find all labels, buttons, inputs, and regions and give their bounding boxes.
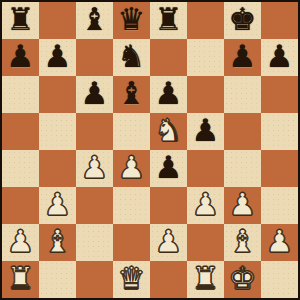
white-pawn[interactable]: ♟	[81, 152, 109, 183]
square-d7[interactable]: ♞	[113, 39, 150, 76]
black-rook[interactable]: ♜	[155, 4, 183, 35]
square-h7[interactable]: ♟	[261, 39, 298, 76]
square-d1[interactable]: ♛	[113, 261, 150, 298]
white-rook[interactable]: ♜	[7, 263, 35, 294]
square-b4[interactable]	[39, 150, 76, 187]
white-pawn[interactable]: ♟	[266, 226, 294, 257]
square-f1[interactable]: ♜	[187, 261, 224, 298]
white-bishop[interactable]: ♝	[44, 226, 72, 257]
white-knight[interactable]: ♞	[155, 115, 183, 146]
square-a1[interactable]: ♜	[2, 261, 39, 298]
square-h1[interactable]	[261, 261, 298, 298]
black-pawn[interactable]: ♟	[155, 78, 183, 109]
square-b6[interactable]	[39, 76, 76, 113]
white-pawn[interactable]: ♟	[118, 152, 146, 183]
square-d8[interactable]: ♛	[113, 2, 150, 39]
square-b3[interactable]: ♟	[39, 187, 76, 224]
square-e6[interactable]: ♟	[150, 76, 187, 113]
square-c2[interactable]	[76, 224, 113, 261]
black-pawn[interactable]: ♟	[81, 78, 109, 109]
square-g2[interactable]: ♝	[224, 224, 261, 261]
square-h8[interactable]	[261, 2, 298, 39]
square-b2[interactable]: ♝	[39, 224, 76, 261]
square-a7[interactable]: ♟	[2, 39, 39, 76]
square-d3[interactable]	[113, 187, 150, 224]
square-f3[interactable]: ♟	[187, 187, 224, 224]
square-f5[interactable]: ♟	[187, 113, 224, 150]
black-pawn[interactable]: ♟	[155, 152, 183, 183]
white-pawn[interactable]: ♟	[155, 226, 183, 257]
square-g8[interactable]: ♚	[224, 2, 261, 39]
square-g5[interactable]	[224, 113, 261, 150]
square-h6[interactable]	[261, 76, 298, 113]
white-rook[interactable]: ♜	[192, 263, 220, 294]
square-e1[interactable]	[150, 261, 187, 298]
square-h5[interactable]	[261, 113, 298, 150]
black-pawn[interactable]: ♟	[44, 41, 72, 72]
white-pawn[interactable]: ♟	[192, 189, 220, 220]
black-pawn[interactable]: ♟	[7, 41, 35, 72]
square-e4[interactable]: ♟	[150, 150, 187, 187]
square-d5[interactable]	[113, 113, 150, 150]
square-c8[interactable]: ♝	[76, 2, 113, 39]
black-knight[interactable]: ♞	[118, 41, 146, 72]
square-g6[interactable]	[224, 76, 261, 113]
square-f4[interactable]	[187, 150, 224, 187]
black-pawn[interactable]: ♟	[229, 41, 257, 72]
square-e2[interactable]: ♟	[150, 224, 187, 261]
square-g1[interactable]: ♚	[224, 261, 261, 298]
square-h4[interactable]	[261, 150, 298, 187]
black-queen[interactable]: ♛	[118, 4, 146, 35]
chess-board: ♜♝♛♜♚♟♟♞♟♟♟♝♟♞♟♟♟♟♟♟♟♟♝♟♝♟♜♛♜♚	[0, 0, 300, 300]
white-king[interactable]: ♚	[229, 263, 257, 294]
square-a6[interactable]	[2, 76, 39, 113]
black-bishop[interactable]: ♝	[118, 78, 146, 109]
square-g4[interactable]	[224, 150, 261, 187]
square-c7[interactable]	[76, 39, 113, 76]
square-d6[interactable]: ♝	[113, 76, 150, 113]
white-bishop[interactable]: ♝	[229, 226, 257, 257]
square-d4[interactable]: ♟	[113, 150, 150, 187]
white-pawn[interactable]: ♟	[7, 226, 35, 257]
white-pawn[interactable]: ♟	[44, 189, 72, 220]
square-g7[interactable]: ♟	[224, 39, 261, 76]
square-d2[interactable]	[113, 224, 150, 261]
square-a8[interactable]: ♜	[2, 2, 39, 39]
square-f2[interactable]	[187, 224, 224, 261]
square-b1[interactable]	[39, 261, 76, 298]
square-f7[interactable]	[187, 39, 224, 76]
black-bishop[interactable]: ♝	[81, 4, 109, 35]
square-b8[interactable]	[39, 2, 76, 39]
square-c6[interactable]: ♟	[76, 76, 113, 113]
square-e3[interactable]	[150, 187, 187, 224]
square-f6[interactable]	[187, 76, 224, 113]
square-a4[interactable]	[2, 150, 39, 187]
square-g3[interactable]: ♟	[224, 187, 261, 224]
square-f8[interactable]	[187, 2, 224, 39]
square-a5[interactable]	[2, 113, 39, 150]
square-c3[interactable]	[76, 187, 113, 224]
square-c5[interactable]	[76, 113, 113, 150]
chess-diagram: ♜♝♛♜♚♟♟♞♟♟♟♝♟♞♟♟♟♟♟♟♟♟♝♟♝♟♜♛♜♚	[0, 0, 300, 300]
square-e5[interactable]: ♞	[150, 113, 187, 150]
square-h2[interactable]: ♟	[261, 224, 298, 261]
white-pawn[interactable]: ♟	[229, 189, 257, 220]
black-pawn[interactable]: ♟	[192, 115, 220, 146]
square-b5[interactable]	[39, 113, 76, 150]
square-h3[interactable]	[261, 187, 298, 224]
square-a3[interactable]	[2, 187, 39, 224]
black-rook[interactable]: ♜	[7, 4, 35, 35]
square-b7[interactable]: ♟	[39, 39, 76, 76]
black-king[interactable]: ♚	[229, 4, 257, 35]
square-a2[interactable]: ♟	[2, 224, 39, 261]
white-queen[interactable]: ♛	[118, 263, 146, 294]
square-e7[interactable]	[150, 39, 187, 76]
square-c4[interactable]: ♟	[76, 150, 113, 187]
black-pawn[interactable]: ♟	[266, 41, 294, 72]
square-c1[interactable]	[76, 261, 113, 298]
square-e8[interactable]: ♜	[150, 2, 187, 39]
